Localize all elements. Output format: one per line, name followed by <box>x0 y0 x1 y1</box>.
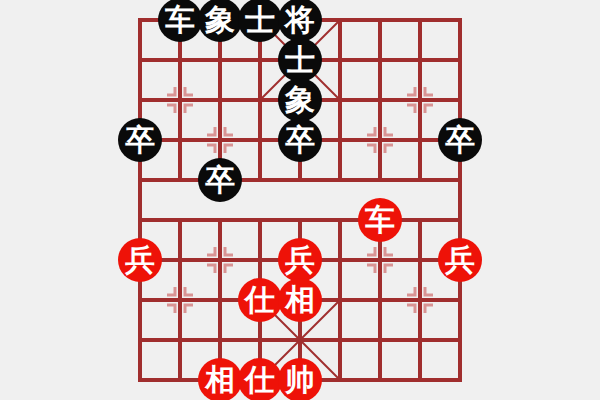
piece-grid: 车象士将士象卒卒卒卒车兵兵兵仕相相仕帅 <box>120 0 480 400</box>
piece-red-advisor[interactable]: 仕 <box>238 358 282 400</box>
piece-black-general[interactable]: 将 <box>278 0 322 42</box>
piece-red-elephant[interactable]: 相 <box>198 358 242 400</box>
piece-red-elephant[interactable]: 相 <box>278 278 322 322</box>
piece-red-general[interactable]: 帅 <box>278 358 322 400</box>
piece-red-chariot[interactable]: 车 <box>358 198 402 242</box>
piece-black-elephant[interactable]: 象 <box>278 78 322 122</box>
piece-red-advisor[interactable]: 仕 <box>238 278 282 322</box>
piece-black-chariot[interactable]: 车 <box>158 0 202 42</box>
piece-black-soldier[interactable]: 卒 <box>438 118 482 162</box>
piece-black-advisor[interactable]: 士 <box>278 38 322 82</box>
piece-black-advisor[interactable]: 士 <box>238 0 282 42</box>
piece-red-soldier[interactable]: 兵 <box>438 238 482 282</box>
piece-black-soldier[interactable]: 卒 <box>198 158 242 202</box>
piece-red-soldier[interactable]: 兵 <box>278 238 322 282</box>
xiangqi-board: 车象士将士象卒卒卒卒车兵兵兵仕相相仕帅 <box>0 0 600 400</box>
piece-black-soldier[interactable]: 卒 <box>278 118 322 162</box>
piece-red-soldier[interactable]: 兵 <box>118 238 162 282</box>
piece-black-soldier[interactable]: 卒 <box>118 118 162 162</box>
piece-black-elephant[interactable]: 象 <box>198 0 242 42</box>
